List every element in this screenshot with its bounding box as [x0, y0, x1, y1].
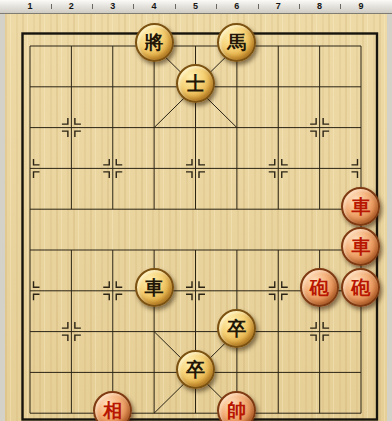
top-ruler: 123456789: [0, 0, 392, 14]
ruler-tick: [299, 4, 300, 9]
piece-red-chariot[interactable]: 車: [341, 187, 380, 226]
piece-grid[interactable]: 將馬士車車車砲砲卒卒相帥: [9, 26, 381, 421]
piece-black-chariot[interactable]: 車: [135, 268, 174, 307]
piece-label: 砲: [351, 278, 370, 297]
piece-black-advisor[interactable]: 士: [176, 64, 215, 103]
piece-label: 車: [145, 278, 164, 297]
piece-label: 將: [145, 33, 164, 52]
piece-label: 砲: [310, 278, 329, 297]
ruler-number: 1: [27, 1, 32, 11]
piece-red-elephant[interactable]: 相: [93, 391, 132, 421]
ruler-number: 2: [69, 1, 74, 11]
ruler-number: 3: [110, 1, 115, 11]
ruler-tick: [133, 4, 134, 9]
piece-black-soldier[interactable]: 卒: [217, 309, 256, 348]
piece-red-chariot[interactable]: 車: [341, 227, 380, 266]
piece-label: 帥: [227, 401, 246, 420]
ruler-number: 5: [193, 1, 198, 11]
piece-black-horse[interactable]: 馬: [217, 23, 256, 62]
ruler-tick: [216, 4, 217, 9]
ruler-number: 8: [317, 1, 322, 11]
ruler-tick: [92, 4, 93, 9]
piece-red-cannon[interactable]: 砲: [341, 268, 380, 307]
ruler-number: 6: [234, 1, 239, 11]
piece-black-soldier[interactable]: 卒: [176, 350, 215, 389]
ruler-number: 9: [358, 1, 363, 11]
piece-label: 卒: [227, 319, 246, 338]
piece-black-general[interactable]: 將: [135, 23, 174, 62]
piece-label: 士: [186, 74, 205, 93]
ruler-tick: [51, 4, 52, 9]
ruler-tick: [175, 4, 176, 9]
ruler-number: 4: [152, 1, 157, 11]
piece-label: 車: [351, 197, 370, 216]
piece-label: 卒: [186, 360, 205, 379]
ruler-tick: [340, 4, 341, 9]
ruler-number: 7: [276, 1, 281, 11]
piece-label: 相: [103, 401, 122, 420]
ruler-tick: [258, 4, 259, 9]
piece-label: 車: [351, 237, 370, 256]
piece-red-general[interactable]: 帥: [217, 391, 256, 421]
piece-red-cannon[interactable]: 砲: [300, 268, 339, 307]
piece-label: 馬: [227, 33, 246, 52]
xiangqi-app-window: 123456789 將馬士車車車砲砲卒卒相帥: [0, 0, 392, 421]
